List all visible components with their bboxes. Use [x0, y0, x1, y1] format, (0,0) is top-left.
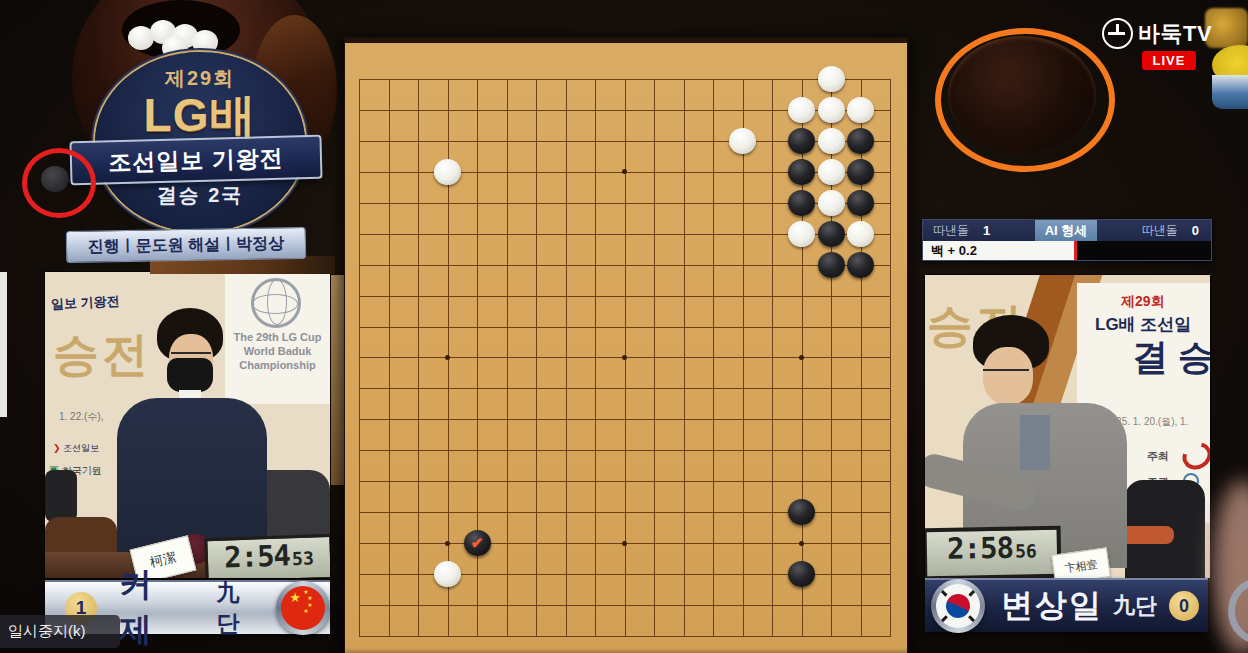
- ai-eval-bar: 백 + 0.2: [923, 241, 1211, 260]
- white-stone: [788, 221, 815, 247]
- tea-cup: [1212, 45, 1248, 109]
- player-card-left: 일보 기왕전 승전 1. 22.(수), ❯ 조선일보 ▣ 한국기원 The 2…: [45, 272, 330, 578]
- match-label: 결승 2국: [95, 182, 305, 209]
- china-flag-icon: ★ ★★ ★★: [281, 586, 325, 630]
- clock-right-main: 2:58: [947, 531, 1013, 566]
- player-rank-left: 九단: [217, 577, 263, 639]
- white-stone: [818, 159, 845, 185]
- clock-left-main: 2:54: [224, 538, 291, 574]
- player-right-glasses: [983, 369, 1029, 378]
- wood-frame-strip: [331, 275, 345, 485]
- ai-panel-header: 따낸돌 1 AI 형세 따낸돌 0: [923, 220, 1211, 241]
- white-stone: [818, 66, 845, 92]
- white-stone: [729, 128, 756, 154]
- player-card-right: 승전 제29회 LG배 조선일 결 승 2025. 1. 20.(월), 1. …: [925, 275, 1210, 578]
- player-right-shirt: [1020, 415, 1050, 470]
- black-stone: [788, 190, 815, 216]
- black-stone: [847, 128, 874, 154]
- white-stone: [434, 159, 461, 185]
- black-stone: [847, 252, 874, 278]
- white-stone: [818, 128, 845, 154]
- player-name-right: 변상일: [1001, 584, 1103, 628]
- staff-bar: 진행ㅣ문도원 해설ㅣ박정상: [66, 227, 307, 263]
- eval-bar-white: 백 + 0.2: [923, 241, 1074, 260]
- globe-text-1: The 29th LG Cup: [225, 330, 330, 344]
- orange-circle-annotation: [935, 28, 1115, 172]
- black-stone: [847, 159, 874, 185]
- host-logo: [1178, 437, 1210, 475]
- korea-flag-icon: [936, 584, 980, 628]
- final-line-right: 결 승: [1132, 333, 1210, 382]
- last-move-marked-stone: ✔: [464, 530, 491, 556]
- white-stone-bowl-opening: [122, 0, 240, 60]
- black-chair: [45, 470, 77, 522]
- player-banner-right: 변상일 九단 0: [925, 578, 1208, 632]
- flag-roundel-right: [931, 579, 985, 633]
- table-paper-edge: [0, 272, 7, 417]
- captures-label-left: 따낸돌: [933, 222, 969, 239]
- backdrop-banner-text-left: 일보 기왕전: [51, 292, 120, 314]
- go-board: ✔: [345, 38, 907, 653]
- tournament-cup: LG배: [95, 92, 305, 138]
- black-stone: [818, 221, 845, 247]
- flag-roundel-left: ★ ★★ ★★: [276, 581, 330, 635]
- white-stone: [847, 97, 874, 123]
- player-left-mask: [167, 358, 213, 392]
- player-name-left: 커 제: [119, 563, 209, 653]
- white-stone: [434, 561, 461, 587]
- black-stone: [788, 499, 815, 525]
- badukTV-icon: [1102, 18, 1133, 49]
- white-stone: [818, 190, 845, 216]
- globe-icon: [251, 278, 301, 328]
- black-stone: [788, 561, 815, 587]
- press-logo: ❯ 조선일보: [53, 442, 99, 455]
- pause-overlay: 일시중지(k): [0, 615, 120, 648]
- player-rank-right: 九단: [1113, 591, 1157, 621]
- white-stone: [788, 97, 815, 123]
- backdrop-big-text-left: 승전: [53, 324, 151, 386]
- clock-left: 2:54 53: [204, 534, 330, 578]
- backdrop-date-left: 1. 22.(수),: [59, 410, 103, 424]
- channel-logo: 바둑TV: [1102, 18, 1212, 49]
- goban-grid: ✔: [359, 79, 890, 636]
- ai-eval-panel: 따낸돌 1 AI 형세 따낸돌 0 백 + 0.2: [922, 219, 1212, 261]
- round-text-right: 제29회: [1121, 293, 1165, 311]
- host-label: 주최: [1147, 449, 1169, 464]
- black-stone: [847, 190, 874, 216]
- live-badge: LIVE: [1142, 51, 1196, 70]
- globe-text-2: World Baduk: [225, 344, 330, 358]
- captures-count-left: 1: [983, 223, 990, 238]
- black-stone: [788, 159, 815, 185]
- captures-count-right: 0: [1192, 223, 1199, 238]
- captures-label-right: 따낸돌: [1142, 222, 1178, 239]
- tournament-round: 제29회: [95, 65, 305, 92]
- black-stone: [818, 252, 845, 278]
- clock-left-sec: 53: [292, 547, 314, 569]
- cup-info-panel-left: The 29th LG Cup World Baduk Championship: [225, 272, 330, 404]
- ai-title-badge: AI 형세: [1035, 220, 1098, 241]
- eval-bar-black: [1077, 241, 1211, 260]
- tournament-ribbon: 조선일보 기왕전: [69, 135, 322, 186]
- black-stone: [788, 128, 815, 154]
- broadcast-frame: 제29회 LG배 조선일보 기왕전 결승 2국 진행ㅣ문도원 해설ㅣ박정상 ✔ …: [0, 0, 1248, 653]
- white-stone: [818, 97, 845, 123]
- red-circle-annotation: [22, 148, 96, 218]
- clock-right: 2:58 56: [925, 526, 1061, 578]
- clock-right-sec: 56: [1015, 540, 1037, 561]
- globe-text-3: Championship: [225, 358, 330, 372]
- white-stone: [847, 221, 874, 247]
- captures-badge-right: 0: [1169, 591, 1199, 621]
- channel-name: 바둑TV: [1138, 19, 1212, 49]
